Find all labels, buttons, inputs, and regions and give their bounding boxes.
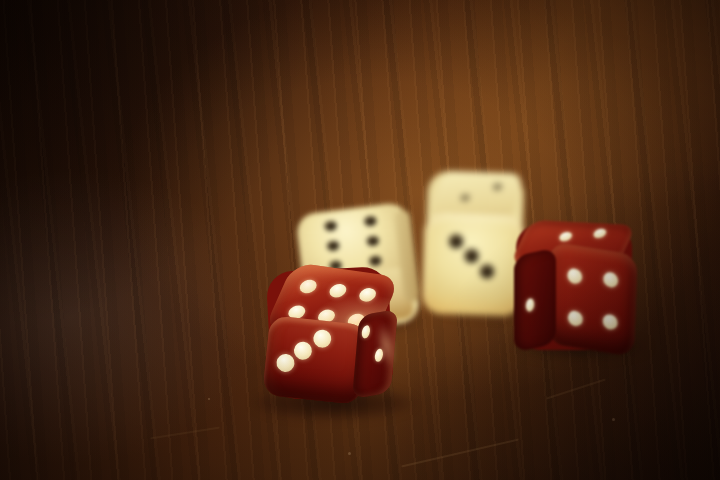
- pip: [368, 255, 381, 266]
- pip: [362, 325, 371, 339]
- die-front-right-red: [512, 220, 636, 354]
- pip: [327, 283, 349, 299]
- pip: [459, 194, 470, 201]
- pip: [293, 341, 313, 361]
- die-face-left-one: [514, 248, 556, 353]
- pip: [364, 216, 377, 227]
- pip: [492, 183, 503, 190]
- die-face-front-three: [262, 315, 368, 405]
- wood-scratch: [546, 378, 606, 399]
- dust-speck: [348, 452, 351, 455]
- die-front-left-red: [266, 266, 394, 400]
- die-face-right-four: [546, 241, 637, 357]
- pip: [464, 249, 478, 263]
- pip: [327, 240, 340, 251]
- pip: [592, 229, 608, 239]
- pip: [449, 234, 463, 248]
- dice-photo-scene: [0, 0, 720, 480]
- dust-speck: [208, 398, 210, 400]
- pip: [603, 314, 618, 331]
- pip: [568, 310, 583, 327]
- wood-scratch: [401, 439, 518, 468]
- pip: [366, 236, 379, 247]
- dust-speck: [612, 418, 615, 421]
- pip: [357, 287, 379, 303]
- die-face-front-three: [422, 212, 525, 316]
- pip: [275, 353, 295, 373]
- pip: [603, 271, 618, 288]
- pip: [567, 267, 582, 284]
- pip: [312, 328, 332, 348]
- die-back-right-ivory: [422, 168, 527, 316]
- pip: [526, 298, 534, 313]
- pip: [558, 231, 574, 241]
- pip: [324, 221, 337, 232]
- pip: [480, 264, 494, 278]
- wood-scratch: [150, 427, 219, 440]
- pip: [297, 278, 319, 294]
